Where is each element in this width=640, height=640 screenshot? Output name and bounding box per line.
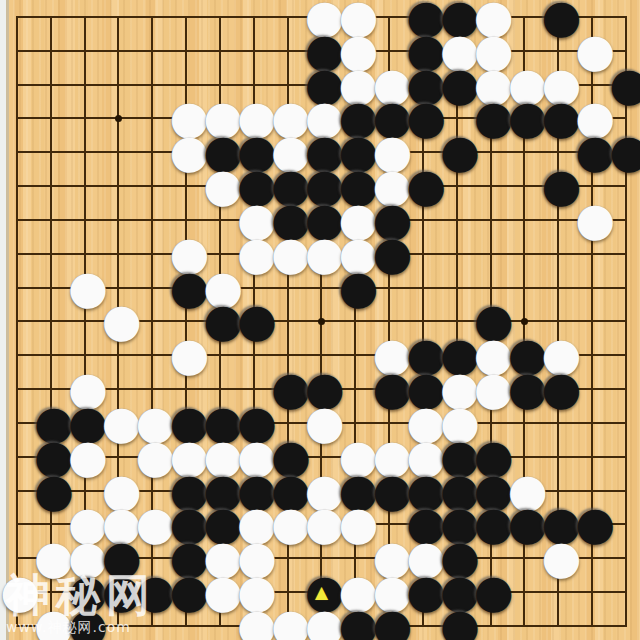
stone-black[interactable]: ● (372, 371, 406, 405)
stone-white[interactable]: ● (541, 540, 575, 574)
stone-black[interactable]: ● (169, 574, 203, 608)
stone-black[interactable]: ● (609, 134, 640, 168)
stone-black[interactable]: ● (237, 303, 271, 337)
stone-white[interactable]: ● (237, 608, 271, 640)
stone-white[interactable]: ● (271, 236, 305, 270)
stone-white[interactable]: ● (203, 168, 237, 202)
stone-black[interactable]: ● (338, 608, 372, 640)
stone-white[interactable]: ● (203, 574, 237, 608)
star-point (115, 115, 122, 122)
stone-black[interactable]: ● (507, 100, 541, 134)
stone-black[interactable]: ● (68, 608, 102, 640)
stone-black[interactable]: ● (541, 371, 575, 405)
stone-white[interactable]: ● (101, 303, 135, 337)
stone-white[interactable]: ● (169, 134, 203, 168)
stone-black[interactable]: ● (541, 0, 575, 33)
stone-black[interactable]: ● (372, 608, 406, 640)
last-move-triangle-marker: ▲ (304, 575, 338, 609)
stone-white[interactable]: ● (304, 608, 338, 640)
go-board-screenshot: ●●●●●●●●●●●●●●●●●●●●●●●●●●●●●●●●●●●●●●●●… (0, 0, 640, 640)
stone-white[interactable]: ● (338, 506, 372, 540)
stone-black[interactable]: ● (507, 371, 541, 405)
stone-black[interactable]: ● (541, 100, 575, 134)
stone-black[interactable]: ● (34, 473, 68, 507)
stone-black[interactable]: ● (440, 608, 474, 640)
stone-black[interactable]: ● (135, 574, 169, 608)
stone-black[interactable]: ● (541, 168, 575, 202)
stone-white[interactable]: ● (0, 574, 34, 608)
star-point (318, 318, 325, 325)
stone-white[interactable]: ● (68, 270, 102, 304)
stone-white[interactable]: ● (304, 506, 338, 540)
stone-white[interactable]: ● (304, 236, 338, 270)
stone-black[interactable]: ● (507, 506, 541, 540)
stone-black[interactable]: ● (169, 270, 203, 304)
stone-white[interactable]: ● (575, 202, 609, 236)
stone-white[interactable]: ● (34, 608, 68, 640)
stone-white[interactable]: ● (169, 337, 203, 371)
window-edge-strip (0, 0, 9, 640)
star-point (521, 318, 528, 325)
stone-white[interactable]: ● (271, 608, 305, 640)
stone-black[interactable]: ● (338, 270, 372, 304)
